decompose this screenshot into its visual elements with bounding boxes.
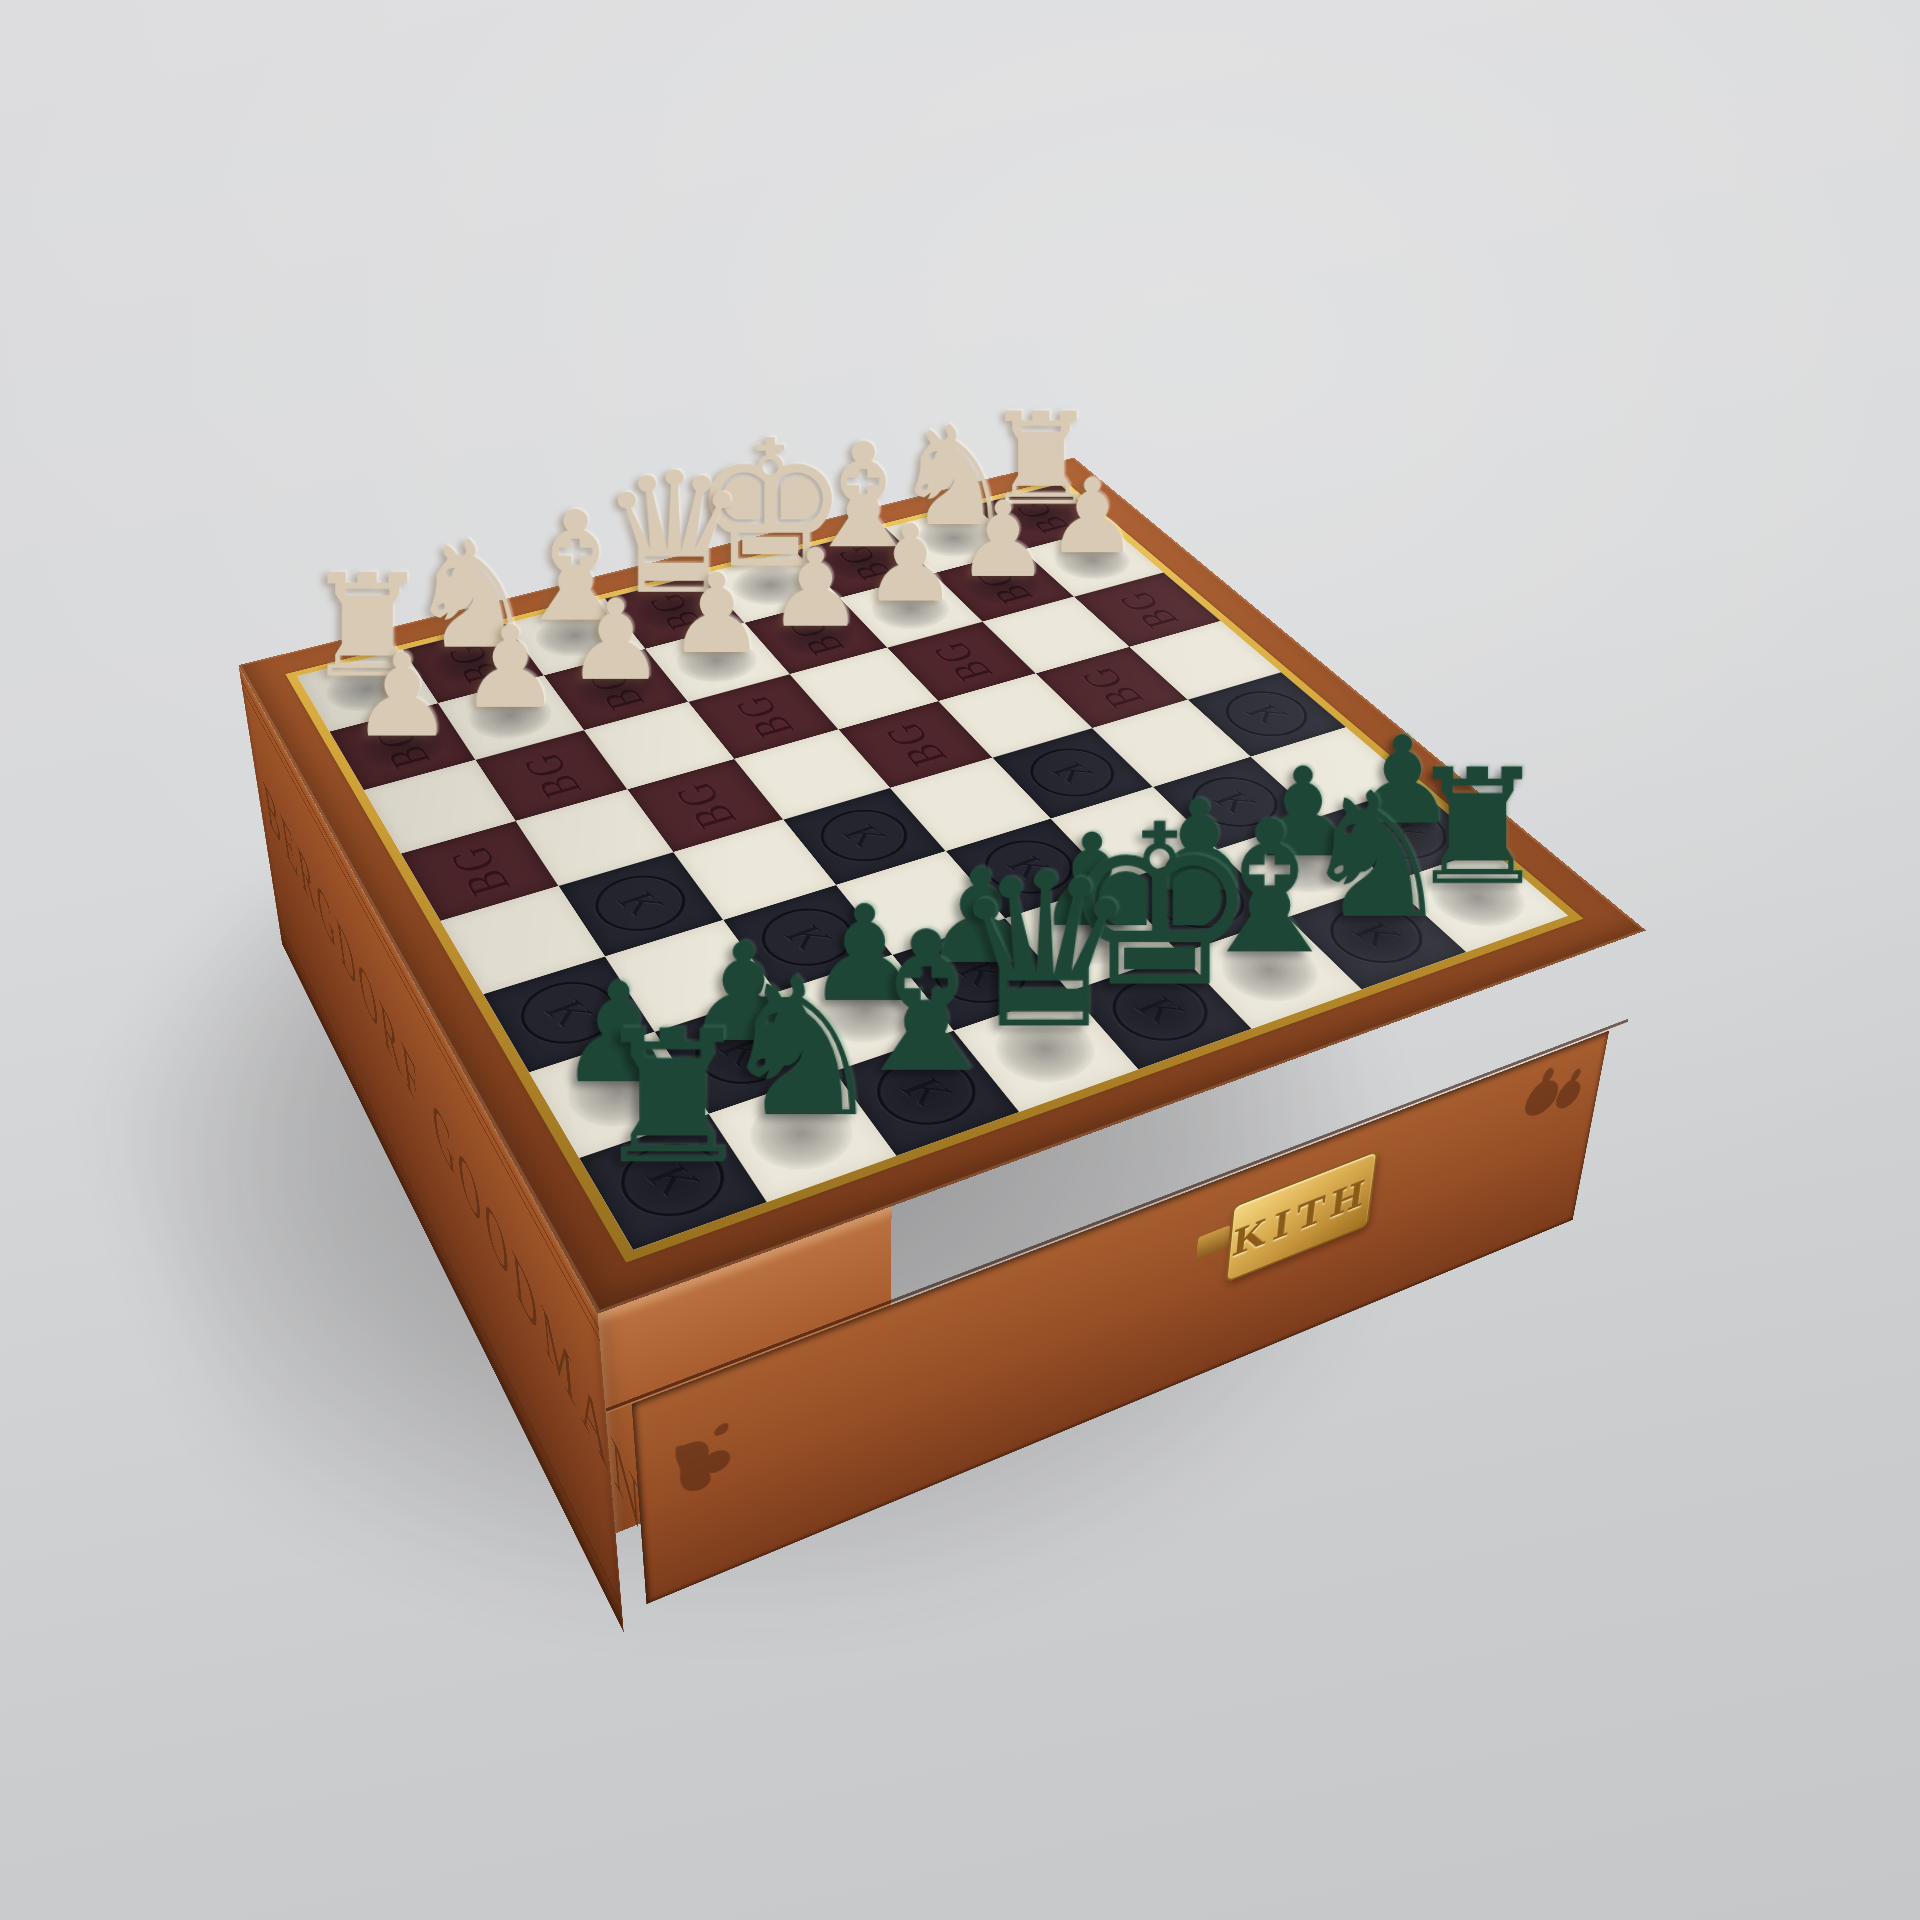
scene: BGBGKKBGBGKKBGBGKKBGBGKKBGBGKKBGBGKKBGBG…	[0, 0, 1920, 1920]
piece-green-rook-a8[interactable]: ♜	[590, 1006, 754, 1189]
chess-box: BGBGKKBGBGKKBGBGKKBGBGKKBGBGKKBGBGKKBGBG…	[238, 458, 1646, 1314]
studio-backdrop: BGBGKKBGBGKKBGBGKKBGBGKKBGBGKKBGBGKKBGBG…	[0, 0, 1920, 1920]
